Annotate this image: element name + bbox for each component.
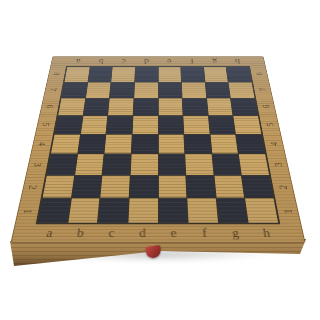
square-g3[interactable]: [212, 154, 241, 175]
square-e1[interactable]: [158, 199, 187, 223]
rank-label-left-8: 8: [44, 68, 70, 79]
file-label-top-b: b: [89, 56, 113, 66]
rank-label-right-5: 5: [256, 118, 284, 131]
square-e7[interactable]: [158, 82, 181, 98]
rank-label-right-1: 1: [272, 203, 306, 220]
square-c5[interactable]: [107, 116, 133, 134]
square-d5[interactable]: [132, 116, 157, 134]
square-d2[interactable]: [129, 176, 157, 198]
file-label-top-c: c: [112, 56, 135, 66]
square-f6[interactable]: [183, 98, 208, 115]
file-label-bottom-a: a: [32, 224, 66, 243]
square-b6[interactable]: [83, 98, 109, 115]
rank-label-right-4: 4: [259, 137, 289, 151]
file-label-top-h: h: [225, 56, 249, 66]
square-f4[interactable]: [184, 134, 211, 153]
square-c3[interactable]: [103, 154, 131, 175]
square-e2[interactable]: [158, 176, 186, 198]
chessboard: abcdefgh abcdefgh 87654321 87654321: [10, 56, 305, 243]
file-label-bottom-h: h: [250, 224, 284, 243]
square-g7[interactable]: [205, 82, 230, 98]
product-photo-scene: abcdefgh abcdefgh 87654321 87654321: [0, 0, 320, 320]
file-label-top-a: a: [66, 56, 90, 66]
file-label-bottom-d: d: [127, 224, 158, 243]
file-label-bottom-b: b: [64, 224, 97, 243]
rank-label-left-2: 2: [17, 179, 49, 195]
square-b7[interactable]: [86, 82, 111, 98]
rank-label-left-4: 4: [27, 137, 57, 151]
rank-label-right-6: 6: [253, 100, 280, 112]
square-g6[interactable]: [207, 98, 233, 115]
square-b8[interactable]: [88, 67, 112, 82]
rank-label-right-3: 3: [263, 157, 294, 172]
square-d7[interactable]: [134, 82, 157, 98]
square-f7[interactable]: [182, 82, 206, 98]
file-label-top-d: d: [135, 56, 158, 66]
square-b3[interactable]: [75, 154, 104, 175]
square-g8[interactable]: [204, 67, 228, 82]
square-d3[interactable]: [131, 154, 158, 175]
file-labels-bottom: abcdefgh: [32, 224, 284, 243]
rank-label-left-1: 1: [11, 203, 45, 220]
square-e5[interactable]: [158, 116, 183, 134]
square-d6[interactable]: [133, 98, 157, 115]
square-b4[interactable]: [78, 134, 106, 153]
rank-label-left-5: 5: [32, 118, 60, 131]
square-c4[interactable]: [105, 134, 132, 153]
file-label-top-g: g: [203, 56, 227, 66]
square-f1[interactable]: [187, 199, 217, 223]
square-d4[interactable]: [132, 134, 158, 153]
file-label-bottom-e: e: [158, 224, 189, 243]
square-d8[interactable]: [135, 67, 158, 82]
rank-label-right-8: 8: [247, 68, 273, 79]
playing-area: [36, 66, 281, 224]
square-f3[interactable]: [185, 154, 213, 175]
square-b5[interactable]: [81, 116, 108, 134]
square-c1[interactable]: [98, 199, 128, 223]
rank-label-left-6: 6: [36, 100, 63, 112]
square-e4[interactable]: [158, 134, 184, 153]
square-g2[interactable]: [214, 176, 244, 198]
rank-label-right-2: 2: [267, 179, 299, 195]
file-label-bottom-f: f: [189, 224, 221, 243]
square-c6[interactable]: [108, 98, 133, 115]
square-c7[interactable]: [110, 82, 134, 98]
square-f8[interactable]: [181, 67, 204, 82]
file-label-bottom-g: g: [219, 224, 252, 243]
square-e6[interactable]: [158, 98, 182, 115]
file-label-top-f: f: [180, 56, 203, 66]
file-label-top-e: e: [158, 56, 181, 66]
rank-label-left-7: 7: [40, 84, 66, 95]
square-b2[interactable]: [72, 176, 102, 198]
square-f2[interactable]: [186, 176, 215, 198]
square-g5[interactable]: [209, 116, 236, 134]
rank-label-right-7: 7: [250, 84, 276, 95]
file-label-bottom-c: c: [95, 224, 127, 243]
rank-label-left-3: 3: [22, 157, 53, 172]
square-b1[interactable]: [68, 199, 99, 223]
square-f5[interactable]: [183, 116, 209, 134]
square-g4[interactable]: [210, 134, 238, 153]
square-c8[interactable]: [111, 67, 134, 82]
square-c2[interactable]: [101, 176, 130, 198]
square-g1[interactable]: [216, 199, 247, 223]
square-e3[interactable]: [158, 154, 185, 175]
file-labels-top: abcdefgh: [66, 56, 250, 66]
square-d1[interactable]: [128, 199, 157, 223]
square-e8[interactable]: [158, 67, 181, 82]
